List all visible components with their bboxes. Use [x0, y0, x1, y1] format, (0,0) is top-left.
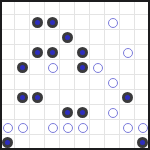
cell-r4c10[interactable] — [135, 45, 150, 60]
cell-r10c1[interactable] — [0, 135, 15, 150]
cell-r10c2[interactable] — [15, 135, 30, 150]
cell-r4c9[interactable] — [120, 45, 135, 60]
cell-r9c2[interactable] — [15, 120, 30, 135]
cell-r8c8[interactable] — [105, 105, 120, 120]
cell-r10c7[interactable] — [90, 135, 105, 150]
cell-r2c6[interactable] — [75, 15, 90, 30]
cell-r7c10[interactable] — [135, 90, 150, 105]
cell-r5c7[interactable] — [90, 60, 105, 75]
cell-r8c2[interactable] — [15, 105, 30, 120]
black-disc — [122, 92, 133, 103]
cell-r5c6[interactable] — [75, 60, 90, 75]
cell-r10c9[interactable] — [120, 135, 135, 150]
cell-r8c7[interactable] — [90, 105, 105, 120]
cell-r8c9[interactable] — [120, 105, 135, 120]
cell-r6c1[interactable] — [0, 75, 15, 90]
black-disc — [77, 62, 88, 73]
cell-r9c7[interactable] — [90, 120, 105, 135]
cell-r2c2[interactable] — [15, 15, 30, 30]
cell-r7c4[interactable] — [45, 90, 60, 105]
cell-r5c1[interactable] — [0, 60, 15, 75]
black-disc — [77, 107, 88, 118]
cell-r5c2[interactable] — [15, 60, 30, 75]
cell-r7c2[interactable] — [15, 90, 30, 105]
cell-r2c5[interactable] — [60, 15, 75, 30]
cell-r9c5[interactable] — [60, 120, 75, 135]
cell-r7c3[interactable] — [30, 90, 45, 105]
cell-r4c5[interactable] — [60, 45, 75, 60]
cell-r2c1[interactable] — [0, 15, 15, 30]
cell-r6c6[interactable] — [75, 75, 90, 90]
cell-r10c8[interactable] — [105, 135, 120, 150]
cell-r4c4[interactable] — [45, 45, 60, 60]
white-open-circle — [63, 123, 73, 133]
cell-r6c7[interactable] — [90, 75, 105, 90]
cell-r6c3[interactable] — [30, 75, 45, 90]
cell-r2c8[interactable] — [105, 15, 120, 30]
cell-r1c4[interactable] — [45, 0, 60, 15]
cell-r5c10[interactable] — [135, 60, 150, 75]
cell-r6c4[interactable] — [45, 75, 60, 90]
black-disc — [32, 92, 43, 103]
cell-r3c9[interactable] — [120, 30, 135, 45]
cell-r6c8[interactable] — [105, 75, 120, 90]
white-open-circle — [108, 108, 118, 118]
cell-r4c1[interactable] — [0, 45, 15, 60]
cell-r2c4[interactable] — [45, 15, 60, 30]
cell-r9c10[interactable] — [135, 120, 150, 135]
cell-r7c9[interactable] — [120, 90, 135, 105]
cell-r9c6[interactable] — [75, 120, 90, 135]
white-open-circle — [123, 48, 133, 58]
cell-r5c4[interactable] — [45, 60, 60, 75]
cell-r1c7[interactable] — [90, 0, 105, 15]
cell-r7c6[interactable] — [75, 90, 90, 105]
cell-r4c8[interactable] — [105, 45, 120, 60]
cell-r10c6[interactable] — [75, 135, 90, 150]
cell-r8c5[interactable] — [60, 105, 75, 120]
cell-r3c10[interactable] — [135, 30, 150, 45]
cell-r1c9[interactable] — [120, 0, 135, 15]
board-grid — [0, 0, 150, 150]
cell-r6c5[interactable] — [60, 75, 75, 90]
cell-r7c1[interactable] — [0, 90, 15, 105]
cell-r8c4[interactable] — [45, 105, 60, 120]
cell-r8c1[interactable] — [0, 105, 15, 120]
black-disc — [17, 92, 28, 103]
cell-r1c5[interactable] — [60, 0, 75, 15]
cell-r7c5[interactable] — [60, 90, 75, 105]
white-open-circle — [123, 123, 133, 133]
black-disc — [32, 47, 43, 58]
cell-r1c1[interactable] — [0, 0, 15, 15]
cell-r1c6[interactable] — [75, 0, 90, 15]
cell-r1c8[interactable] — [105, 0, 120, 15]
cell-r2c3[interactable] — [30, 15, 45, 30]
black-disc — [47, 47, 58, 58]
white-open-circle — [78, 123, 88, 133]
cell-r1c10[interactable] — [135, 0, 150, 15]
white-open-circle — [108, 18, 118, 28]
cell-r7c7[interactable] — [90, 90, 105, 105]
cell-r3c4[interactable] — [45, 30, 60, 45]
cell-r10c3[interactable] — [30, 135, 45, 150]
cell-r1c2[interactable] — [15, 0, 30, 15]
cell-r9c1[interactable] — [0, 120, 15, 135]
white-open-circle — [108, 78, 118, 88]
cell-r3c6[interactable] — [75, 30, 90, 45]
cell-r4c3[interactable] — [30, 45, 45, 60]
cell-r9c8[interactable] — [105, 120, 120, 135]
cell-r1c3[interactable] — [30, 0, 45, 15]
black-disc — [77, 47, 88, 58]
cell-r2c7[interactable] — [90, 15, 105, 30]
white-open-circle — [3, 123, 13, 133]
white-open-circle — [138, 123, 148, 133]
cell-r6c10[interactable] — [135, 75, 150, 90]
cell-r4c7[interactable] — [90, 45, 105, 60]
black-disc — [62, 32, 73, 43]
cell-r10c5[interactable] — [60, 135, 75, 150]
black-disc — [17, 62, 28, 73]
cell-r8c6[interactable] — [75, 105, 90, 120]
cell-r10c4[interactable] — [45, 135, 60, 150]
cell-r8c3[interactable] — [30, 105, 45, 120]
black-disc — [47, 17, 58, 28]
black-disc — [137, 137, 148, 148]
cell-r6c9[interactable] — [120, 75, 135, 90]
white-open-circle — [48, 63, 58, 73]
cell-r2c9[interactable] — [120, 15, 135, 30]
cell-r5c3[interactable] — [30, 60, 45, 75]
cell-r8c10[interactable] — [135, 105, 150, 120]
cell-r6c2[interactable] — [15, 75, 30, 90]
cell-r3c8[interactable] — [105, 30, 120, 45]
white-open-circle — [18, 123, 28, 133]
cell-r3c7[interactable] — [90, 30, 105, 45]
cell-r3c2[interactable] — [15, 30, 30, 45]
cell-r5c9[interactable] — [120, 60, 135, 75]
cell-r9c3[interactable] — [30, 120, 45, 135]
white-open-circle — [93, 63, 103, 73]
white-open-circle — [48, 123, 58, 133]
cell-r4c2[interactable] — [15, 45, 30, 60]
cell-r9c9[interactable] — [120, 120, 135, 135]
cell-r9c4[interactable] — [45, 120, 60, 135]
black-disc — [62, 107, 73, 118]
cell-r3c1[interactable] — [0, 30, 15, 45]
cell-r10c10[interactable] — [135, 135, 150, 150]
black-disc — [32, 17, 43, 28]
cell-r4c6[interactable] — [75, 45, 90, 60]
black-disc — [2, 137, 13, 148]
cell-r5c8[interactable] — [105, 60, 120, 75]
cell-r2c10[interactable] — [135, 15, 150, 30]
puzzle-board — [0, 0, 150, 150]
cell-r3c5[interactable] — [60, 30, 75, 45]
cell-r3c3[interactable] — [30, 30, 45, 45]
cell-r7c8[interactable] — [105, 90, 120, 105]
cell-r5c5[interactable] — [60, 60, 75, 75]
